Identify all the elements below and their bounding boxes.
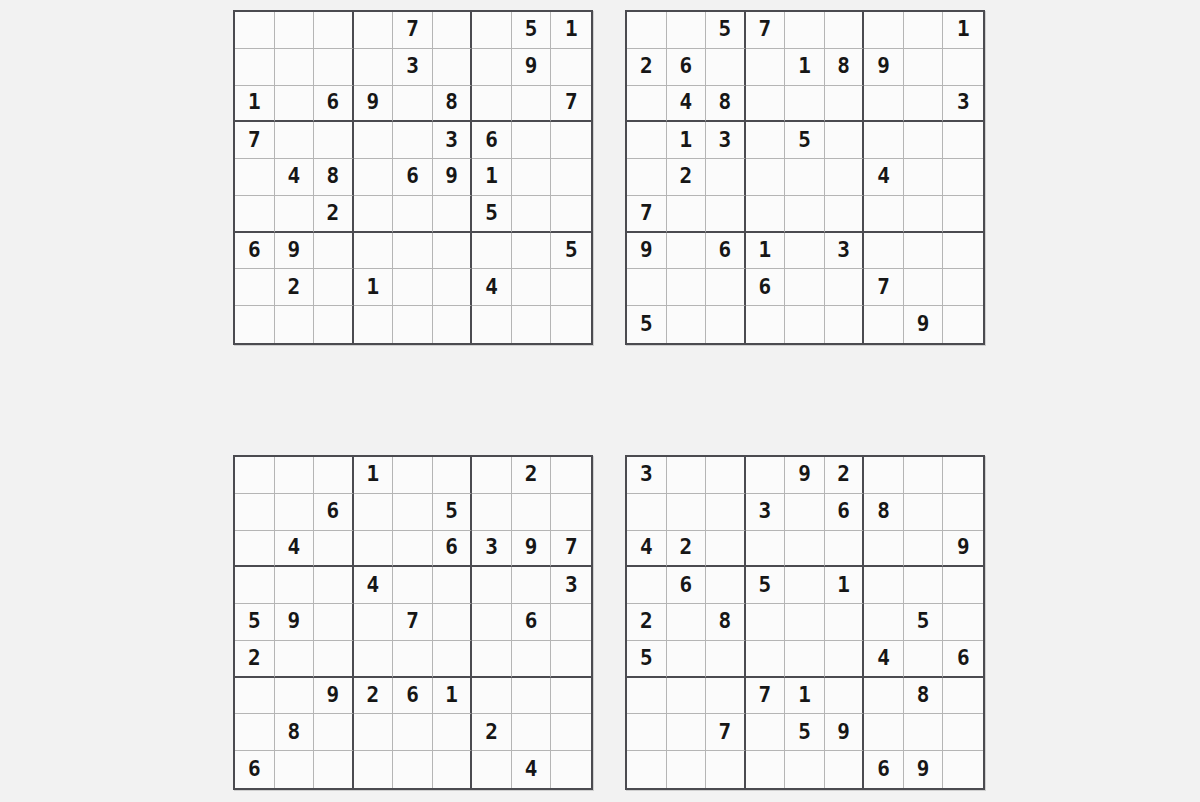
cell-r4c5 [785, 567, 825, 604]
cell-r7c3: 6 [706, 233, 746, 270]
cell-r8c5 [393, 269, 433, 306]
cell-r4c6: 3 [433, 122, 473, 159]
cell-r4c7 [864, 567, 904, 604]
cell-r2c7: 9 [864, 49, 904, 86]
cell-r5c4 [746, 159, 786, 196]
cell-r3c8: 9 [512, 531, 552, 568]
cell-r5c1 [235, 159, 275, 196]
cell-r1c8 [904, 12, 944, 49]
cell-r5c7: 4 [864, 159, 904, 196]
cell-r3c2: 4 [667, 86, 707, 123]
cell-r4c8 [904, 122, 944, 159]
cell-r1c9 [943, 457, 983, 494]
cell-r9c7: 6 [864, 751, 904, 788]
cell-r3c8 [904, 86, 944, 123]
cell-r1c2 [275, 457, 315, 494]
cell-r9c8: 9 [904, 306, 944, 343]
cell-r8c9 [551, 714, 591, 751]
cell-r4c4 [354, 122, 394, 159]
cell-r1c7 [472, 457, 512, 494]
cell-r6c6 [433, 641, 473, 678]
cell-r1c3 [314, 12, 354, 49]
cell-r7c2 [667, 678, 707, 715]
cell-r4c2 [275, 122, 315, 159]
cell-r7c1: 6 [235, 233, 275, 270]
cell-r6c2 [667, 196, 707, 233]
cell-r8c9 [551, 269, 591, 306]
cell-r8c9 [943, 714, 983, 751]
cell-r4c4 [746, 122, 786, 159]
cell-r7c7 [864, 678, 904, 715]
cell-r9c2 [275, 306, 315, 343]
cell-r5c5 [785, 604, 825, 641]
cell-r4c9: 3 [551, 567, 591, 604]
cell-r7c3: 9 [314, 678, 354, 715]
cell-r8c4 [746, 714, 786, 751]
cell-r3c7 [864, 531, 904, 568]
cell-r4c1 [235, 567, 275, 604]
cell-r8c1 [627, 714, 667, 751]
cell-r2c2 [275, 494, 315, 531]
cell-r2c5 [393, 494, 433, 531]
cell-r2c7 [472, 49, 512, 86]
cell-r6c7: 4 [864, 641, 904, 678]
cell-r8c8 [904, 269, 944, 306]
cell-r7c4: 2 [354, 678, 394, 715]
cell-r6c9 [551, 641, 591, 678]
cell-r8c5: 5 [785, 714, 825, 751]
cell-r2c3 [314, 49, 354, 86]
cell-r4c1: 7 [235, 122, 275, 159]
cell-r7c8 [512, 233, 552, 270]
cell-r9c5 [785, 306, 825, 343]
cell-r9c6 [825, 751, 865, 788]
cell-r1c1 [627, 12, 667, 49]
cell-r2c5 [785, 494, 825, 531]
cell-r9c8: 9 [904, 751, 944, 788]
cell-r3c5 [785, 531, 825, 568]
sudoku-grid-bottom-right: 39236842965128554671875969 [625, 455, 985, 790]
cell-r4c2 [275, 567, 315, 604]
cell-r7c6: 1 [433, 678, 473, 715]
cell-r8c5 [785, 269, 825, 306]
cell-r9c9 [943, 306, 983, 343]
cell-r9c1: 5 [627, 306, 667, 343]
cell-r7c3 [314, 233, 354, 270]
cell-r3c1 [627, 86, 667, 123]
cell-r1c6: 2 [825, 457, 865, 494]
cell-r4c7 [864, 122, 904, 159]
cell-r3c3 [314, 531, 354, 568]
cell-r2c9 [943, 49, 983, 86]
cell-r7c9: 5 [551, 233, 591, 270]
cell-r8c1 [627, 269, 667, 306]
cell-r9c3 [314, 306, 354, 343]
cell-r8c4: 1 [354, 269, 394, 306]
cell-r4c1 [627, 122, 667, 159]
cell-r8c7: 4 [472, 269, 512, 306]
cell-r4c8 [512, 567, 552, 604]
cell-r4c4: 4 [354, 567, 394, 604]
cell-r5c5: 7 [393, 604, 433, 641]
cell-r4c9 [943, 567, 983, 604]
cell-r9c3 [706, 306, 746, 343]
cell-r2c5: 1 [785, 49, 825, 86]
cell-r8c9 [943, 269, 983, 306]
cell-r2c2 [275, 49, 315, 86]
cell-r3c4 [746, 531, 786, 568]
cell-r1c4 [746, 457, 786, 494]
cell-r3c8 [904, 531, 944, 568]
cell-r7c4: 1 [746, 233, 786, 270]
cell-r3c7 [864, 86, 904, 123]
cell-r8c8 [512, 269, 552, 306]
cell-r4c3 [706, 567, 746, 604]
cell-r6c8 [512, 196, 552, 233]
cell-r4c2: 1 [667, 122, 707, 159]
cell-r1c7 [864, 457, 904, 494]
cell-r2c8: 9 [512, 49, 552, 86]
cell-r6c7: 5 [472, 196, 512, 233]
cell-r8c7: 7 [864, 269, 904, 306]
cell-r2c2 [667, 494, 707, 531]
cell-r9c7 [472, 306, 512, 343]
cell-r4c9 [551, 122, 591, 159]
cell-r3c5 [785, 86, 825, 123]
cell-r6c1: 2 [235, 641, 275, 678]
cell-r4c3: 3 [706, 122, 746, 159]
cell-r9c5 [785, 751, 825, 788]
cell-r9c7 [472, 751, 512, 788]
cell-r9c4 [746, 751, 786, 788]
cell-r9c6 [825, 306, 865, 343]
cell-r7c1 [627, 678, 667, 715]
cell-r3c8 [512, 86, 552, 123]
cell-r8c7 [864, 714, 904, 751]
cell-r5c8: 5 [904, 604, 944, 641]
cell-r2c1 [235, 494, 275, 531]
cell-r6c9 [943, 196, 983, 233]
cell-r3c5 [393, 86, 433, 123]
cell-r2c8 [904, 49, 944, 86]
cell-r5c7 [472, 604, 512, 641]
cell-r3c4 [746, 86, 786, 123]
cell-r6c1: 7 [627, 196, 667, 233]
cell-r3c6 [825, 531, 865, 568]
cell-r2c6: 6 [825, 494, 865, 531]
cell-r6c5 [393, 641, 433, 678]
cell-r5c1 [627, 159, 667, 196]
cell-r5c8 [512, 159, 552, 196]
cell-r1c3 [706, 457, 746, 494]
cell-r3c2: 4 [275, 531, 315, 568]
sudoku-grid-bottom-left: 126546397435976292618264 [233, 455, 593, 790]
cell-r8c6 [433, 269, 473, 306]
cell-r7c4: 7 [746, 678, 786, 715]
cell-r5c2: 9 [275, 604, 315, 641]
cell-r4c4: 5 [746, 567, 786, 604]
cell-r5c4 [746, 604, 786, 641]
cell-r9c7 [864, 306, 904, 343]
cell-r1c9: 1 [551, 12, 591, 49]
cell-r5c6: 9 [433, 159, 473, 196]
cell-r1c3: 5 [706, 12, 746, 49]
cell-r9c8 [512, 306, 552, 343]
cell-r5c6 [825, 604, 865, 641]
cell-r2c5: 3 [393, 49, 433, 86]
cell-r1c1 [235, 457, 275, 494]
cell-r5c8 [904, 159, 944, 196]
cell-r8c3: 7 [706, 714, 746, 751]
cell-r2c6 [433, 49, 473, 86]
cell-r1c2 [275, 12, 315, 49]
cell-r4c7: 6 [472, 122, 512, 159]
cell-r6c5 [785, 196, 825, 233]
cell-r5c7 [864, 604, 904, 641]
cell-r6c4 [354, 641, 394, 678]
cell-r4c3 [314, 122, 354, 159]
cell-r5c3 [314, 604, 354, 641]
cell-r7c1: 9 [627, 233, 667, 270]
cell-r4c3 [314, 567, 354, 604]
cell-r7c5: 6 [393, 678, 433, 715]
cell-r5c9 [943, 604, 983, 641]
cell-r8c3 [314, 269, 354, 306]
cell-r1c8 [904, 457, 944, 494]
cell-r1c2 [667, 457, 707, 494]
cell-r6c2 [275, 196, 315, 233]
cell-r4c6 [825, 122, 865, 159]
cell-r3c1 [235, 531, 275, 568]
cell-r9c1 [235, 306, 275, 343]
cell-r6c4 [354, 196, 394, 233]
cell-r3c1: 4 [627, 531, 667, 568]
cell-r5c5: 6 [393, 159, 433, 196]
cell-r2c9 [551, 494, 591, 531]
cell-r2c7: 8 [864, 494, 904, 531]
cell-r7c7 [864, 233, 904, 270]
cell-r8c1 [235, 714, 275, 751]
cell-r5c3: 8 [706, 604, 746, 641]
cell-r2c4: 3 [746, 494, 786, 531]
cell-r2c3 [706, 494, 746, 531]
cell-r8c6: 9 [825, 714, 865, 751]
cell-r5c9 [551, 159, 591, 196]
cell-r5c2: 2 [667, 159, 707, 196]
cell-r1c4: 7 [746, 12, 786, 49]
sudoku-grid-top-right: 5712618948313524796136759 [625, 10, 985, 345]
cell-r5c9 [551, 604, 591, 641]
cell-r7c9 [943, 678, 983, 715]
cell-r2c6: 8 [825, 49, 865, 86]
cell-r3c3: 8 [706, 86, 746, 123]
cell-r7c2 [667, 233, 707, 270]
cell-r9c2 [275, 751, 315, 788]
cell-r8c3 [314, 714, 354, 751]
cell-r7c6 [825, 678, 865, 715]
cell-r6c3: 2 [314, 196, 354, 233]
cell-r7c7 [472, 678, 512, 715]
cell-r7c5: 1 [785, 678, 825, 715]
cell-r3c4: 9 [354, 86, 394, 123]
cell-r9c5 [393, 306, 433, 343]
cell-r9c4 [354, 751, 394, 788]
cell-r2c4 [746, 49, 786, 86]
cell-r6c2 [275, 641, 315, 678]
cell-r3c2 [275, 86, 315, 123]
cell-r1c1: 3 [627, 457, 667, 494]
cell-r5c4 [354, 159, 394, 196]
cell-r6c1 [235, 196, 275, 233]
cell-r5c9 [943, 159, 983, 196]
cell-r2c1 [235, 49, 275, 86]
cell-r1c2 [667, 12, 707, 49]
cell-r5c5 [785, 159, 825, 196]
cell-r2c1 [627, 494, 667, 531]
cell-r9c9 [551, 306, 591, 343]
cell-r7c3 [706, 678, 746, 715]
cell-r1c5 [785, 12, 825, 49]
cell-r7c2: 9 [275, 233, 315, 270]
cell-r2c4 [354, 49, 394, 86]
cell-r1c9 [551, 457, 591, 494]
cell-r8c8 [512, 714, 552, 751]
cell-r8c3 [706, 269, 746, 306]
cell-r9c2 [667, 306, 707, 343]
cell-r5c8: 6 [512, 604, 552, 641]
cell-r4c5: 5 [785, 122, 825, 159]
cell-r7c2 [275, 678, 315, 715]
cell-r9c1 [627, 751, 667, 788]
cell-r3c9: 7 [551, 86, 591, 123]
cell-r7c8 [512, 678, 552, 715]
cell-r4c5 [393, 122, 433, 159]
cell-r2c9 [943, 494, 983, 531]
cell-r9c1: 6 [235, 751, 275, 788]
cell-r8c5 [393, 714, 433, 751]
cell-r3c9: 3 [943, 86, 983, 123]
cell-r8c2: 8 [275, 714, 315, 751]
cell-r9c4 [354, 306, 394, 343]
cell-r9c5 [393, 751, 433, 788]
cell-r4c1 [627, 567, 667, 604]
cell-r6c9: 6 [943, 641, 983, 678]
cell-r8c4: 6 [746, 269, 786, 306]
cell-r9c3 [314, 751, 354, 788]
cell-r1c1 [235, 12, 275, 49]
cell-r2c2: 6 [667, 49, 707, 86]
cell-r9c9 [943, 751, 983, 788]
cell-r4c8 [512, 122, 552, 159]
cell-r5c6 [433, 604, 473, 641]
cell-r6c5 [785, 641, 825, 678]
cell-r1c7 [864, 12, 904, 49]
cell-r1c6 [433, 457, 473, 494]
cell-r1c7 [472, 12, 512, 49]
cell-r6c2 [667, 641, 707, 678]
cell-r2c1: 2 [627, 49, 667, 86]
cell-r6c6 [825, 196, 865, 233]
cell-r5c2 [667, 604, 707, 641]
cell-r8c7: 2 [472, 714, 512, 751]
cell-r1c4: 1 [354, 457, 394, 494]
cell-r3c9: 7 [551, 531, 591, 568]
cell-r2c6: 5 [433, 494, 473, 531]
cell-r9c9 [551, 751, 591, 788]
cell-r7c5 [785, 233, 825, 270]
cell-r6c4 [746, 641, 786, 678]
cell-r6c6 [825, 641, 865, 678]
cell-r1c6 [433, 12, 473, 49]
cell-r6c7 [472, 641, 512, 678]
cell-r3c3 [706, 531, 746, 568]
cell-r4c8 [904, 567, 944, 604]
cell-r7c8: 8 [904, 678, 944, 715]
cell-r7c6: 3 [825, 233, 865, 270]
cell-r8c2 [667, 714, 707, 751]
cell-r4c2: 6 [667, 567, 707, 604]
cell-r5c6 [825, 159, 865, 196]
cell-r4c6 [433, 567, 473, 604]
cell-r3c6: 8 [433, 86, 473, 123]
cell-r1c5: 9 [785, 457, 825, 494]
cell-r1c9: 1 [943, 12, 983, 49]
cell-r9c8: 4 [512, 751, 552, 788]
cell-r3c5 [393, 531, 433, 568]
sudoku-grid-top-left: 75139169877364869125695214 [233, 10, 593, 345]
cell-r1c8: 2 [512, 457, 552, 494]
cell-r2c4 [354, 494, 394, 531]
cell-r3c6 [825, 86, 865, 123]
cell-r5c7: 1 [472, 159, 512, 196]
cell-r6c3 [706, 641, 746, 678]
cell-r2c9 [551, 49, 591, 86]
cell-r6c7 [864, 196, 904, 233]
cell-r3c4 [354, 531, 394, 568]
cell-r7c8 [904, 233, 944, 270]
cell-r9c6 [433, 751, 473, 788]
cell-r1c5: 7 [393, 12, 433, 49]
cell-r7c9 [943, 233, 983, 270]
cell-r7c6 [433, 233, 473, 270]
cell-r4c9 [943, 122, 983, 159]
sudoku-sheet: 75139169877364869125695214 5712618948313… [0, 0, 1200, 802]
cell-r5c1: 2 [627, 604, 667, 641]
cell-r9c6 [433, 306, 473, 343]
cell-r4c6: 1 [825, 567, 865, 604]
cell-r6c3 [314, 641, 354, 678]
cell-r6c8 [904, 196, 944, 233]
cell-r6c1: 5 [627, 641, 667, 678]
cell-r7c1 [235, 678, 275, 715]
cell-r8c4 [354, 714, 394, 751]
cell-r2c7 [472, 494, 512, 531]
cell-r2c3: 6 [314, 494, 354, 531]
cell-r8c2: 2 [275, 269, 315, 306]
cell-r9c4 [746, 306, 786, 343]
cell-r3c1: 1 [235, 86, 275, 123]
cell-r8c1 [235, 269, 275, 306]
cell-r6c8 [904, 641, 944, 678]
cell-r6c9 [551, 196, 591, 233]
cell-r8c2 [667, 269, 707, 306]
cell-r3c6: 6 [433, 531, 473, 568]
cell-r3c9: 9 [943, 531, 983, 568]
cell-r8c6 [825, 269, 865, 306]
cell-r4c7 [472, 567, 512, 604]
cell-r2c3 [706, 49, 746, 86]
cell-r9c2 [667, 751, 707, 788]
